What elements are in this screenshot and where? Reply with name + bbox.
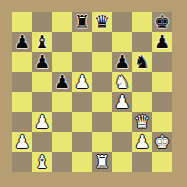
square-e8[interactable]: ♛ bbox=[92, 12, 112, 32]
piece-black-king-h8[interactable]: ♚ bbox=[152, 12, 172, 32]
square-g2[interactable]: ♟ bbox=[132, 132, 152, 152]
square-g6[interactable]: ♞ bbox=[132, 52, 152, 72]
square-f7[interactable] bbox=[112, 32, 132, 52]
square-h7[interactable]: ♟ bbox=[152, 32, 172, 52]
square-a4[interactable] bbox=[12, 92, 32, 112]
square-f2[interactable] bbox=[112, 132, 132, 152]
piece-white-pawn-b3[interactable]: ♟ bbox=[32, 112, 52, 132]
square-b5[interactable] bbox=[32, 72, 52, 92]
square-e1[interactable]: ♜ bbox=[92, 152, 112, 172]
square-e3[interactable] bbox=[92, 112, 112, 132]
square-a8[interactable] bbox=[12, 12, 32, 32]
square-e2[interactable] bbox=[92, 132, 112, 152]
chess-board: ♜♛♚♟♝♟♟♟♞♟♟♞♟♟♛♟♟♚♝♜ bbox=[12, 12, 172, 172]
square-a6[interactable] bbox=[12, 52, 32, 72]
square-b6[interactable]: ♟ bbox=[32, 52, 52, 72]
piece-white-pawn-d5[interactable]: ♟ bbox=[72, 72, 92, 92]
piece-black-pawn-c5[interactable]: ♟ bbox=[52, 72, 72, 92]
square-c1[interactable] bbox=[52, 152, 72, 172]
square-d6[interactable] bbox=[72, 52, 92, 72]
square-e4[interactable] bbox=[92, 92, 112, 112]
piece-black-pawn-f6[interactable]: ♟ bbox=[112, 52, 132, 72]
piece-black-pawn-b6[interactable]: ♟ bbox=[32, 52, 52, 72]
square-b4[interactable] bbox=[32, 92, 52, 112]
square-d3[interactable] bbox=[72, 112, 92, 132]
square-d2[interactable] bbox=[72, 132, 92, 152]
square-d5[interactable]: ♟ bbox=[72, 72, 92, 92]
square-e6[interactable] bbox=[92, 52, 112, 72]
square-b2[interactable] bbox=[32, 132, 52, 152]
piece-white-bishop-b1[interactable]: ♝ bbox=[32, 152, 52, 172]
square-b7[interactable]: ♝ bbox=[32, 32, 52, 52]
square-f1[interactable] bbox=[112, 152, 132, 172]
piece-white-queen-g3[interactable]: ♛ bbox=[132, 112, 152, 132]
square-e7[interactable] bbox=[92, 32, 112, 52]
square-c8[interactable] bbox=[52, 12, 72, 32]
piece-black-knight-g6[interactable]: ♞ bbox=[132, 52, 152, 72]
piece-white-knight-f5[interactable]: ♞ bbox=[112, 72, 132, 92]
square-c4[interactable] bbox=[52, 92, 72, 112]
square-c2[interactable] bbox=[52, 132, 72, 152]
square-g5[interactable] bbox=[132, 72, 152, 92]
square-c7[interactable] bbox=[52, 32, 72, 52]
square-d8[interactable]: ♜ bbox=[72, 12, 92, 32]
square-f4[interactable]: ♟ bbox=[112, 92, 132, 112]
piece-black-rook-d8[interactable]: ♜ bbox=[72, 12, 92, 32]
square-h1[interactable] bbox=[152, 152, 172, 172]
piece-white-pawn-f4[interactable]: ♟ bbox=[112, 92, 132, 112]
piece-white-rook-e1[interactable]: ♜ bbox=[92, 152, 112, 172]
square-g7[interactable] bbox=[132, 32, 152, 52]
square-a5[interactable] bbox=[12, 72, 32, 92]
piece-black-bishop-b7[interactable]: ♝ bbox=[32, 32, 52, 52]
piece-white-king-h2[interactable]: ♚ bbox=[152, 132, 172, 152]
square-d4[interactable] bbox=[72, 92, 92, 112]
square-f3[interactable] bbox=[112, 112, 132, 132]
square-h6[interactable] bbox=[152, 52, 172, 72]
square-h4[interactable] bbox=[152, 92, 172, 112]
square-e5[interactable] bbox=[92, 72, 112, 92]
square-b8[interactable] bbox=[32, 12, 52, 32]
piece-black-pawn-a7[interactable]: ♟ bbox=[12, 32, 32, 52]
piece-black-queen-e8[interactable]: ♛ bbox=[92, 12, 112, 32]
square-g4[interactable] bbox=[132, 92, 152, 112]
square-c3[interactable] bbox=[52, 112, 72, 132]
square-a2[interactable]: ♟ bbox=[12, 132, 32, 152]
square-h8[interactable]: ♚ bbox=[152, 12, 172, 32]
piece-white-pawn-g2[interactable]: ♟ bbox=[132, 132, 152, 152]
piece-black-pawn-h7[interactable]: ♟ bbox=[152, 32, 172, 52]
square-h3[interactable] bbox=[152, 112, 172, 132]
square-b1[interactable]: ♝ bbox=[32, 152, 52, 172]
square-a3[interactable] bbox=[12, 112, 32, 132]
square-b3[interactable]: ♟ bbox=[32, 112, 52, 132]
square-d1[interactable] bbox=[72, 152, 92, 172]
chess-board-window: ♜♛♚♟♝♟♟♟♞♟♟♞♟♟♛♟♟♚♝♜ bbox=[0, 0, 187, 187]
square-h5[interactable] bbox=[152, 72, 172, 92]
square-f6[interactable]: ♟ bbox=[112, 52, 132, 72]
piece-white-pawn-a2[interactable]: ♟ bbox=[12, 132, 32, 152]
square-a7[interactable]: ♟ bbox=[12, 32, 32, 52]
square-a1[interactable] bbox=[12, 152, 32, 172]
square-g3[interactable]: ♛ bbox=[132, 112, 152, 132]
square-c6[interactable] bbox=[52, 52, 72, 72]
square-f5[interactable]: ♞ bbox=[112, 72, 132, 92]
square-d7[interactable] bbox=[72, 32, 92, 52]
square-f8[interactable] bbox=[112, 12, 132, 32]
square-g1[interactable] bbox=[132, 152, 152, 172]
square-c5[interactable]: ♟ bbox=[52, 72, 72, 92]
square-g8[interactable] bbox=[132, 12, 152, 32]
square-h2[interactable]: ♚ bbox=[152, 132, 172, 152]
